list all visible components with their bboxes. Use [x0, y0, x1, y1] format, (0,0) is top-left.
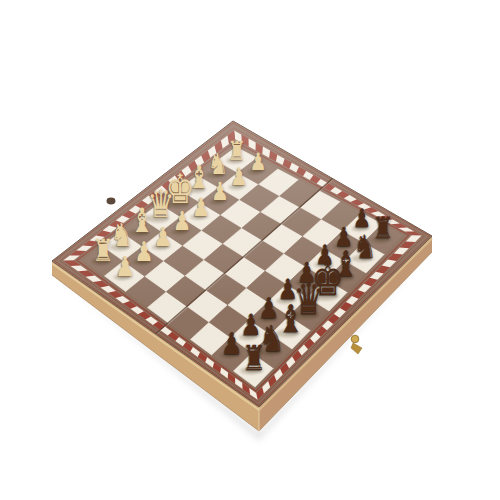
piece-white-knight-b1: ♞: [111, 219, 134, 251]
piece-white-rook-a1: ♜: [92, 235, 114, 265]
piece-white-pawn-e2: ♟: [192, 195, 210, 220]
piece-black-pawn-a7: ♟: [221, 329, 243, 359]
product-photo: ♜♞♝♛♚♝♞♜♟♟♟♟♟♟♟♟♟♟♟♟♟♟♟♟♜♞♝♛♚♝♞♜: [0, 0, 500, 500]
piece-black-rook-a8: ♜: [241, 341, 266, 376]
piece-white-pawn-a2: ♟: [115, 253, 135, 281]
piece-white-pawn-f2: ♟: [211, 180, 229, 205]
piece-white-pawn-b2: ♟: [134, 239, 153, 266]
pieces-layer: ♜♞♝♛♚♝♞♜♟♟♟♟♟♟♟♟♟♟♟♟♟♟♟♟♜♞♝♛♚♝♞♜: [0, 0, 500, 500]
piece-white-pawn-c2: ♟: [153, 224, 172, 250]
piece-white-pawn-g2: ♟: [230, 166, 248, 190]
piece-white-knight-g1: ♞: [207, 150, 228, 179]
piece-white-pawn-h2: ♟: [249, 151, 266, 175]
piece-white-rook-h1: ♜: [227, 138, 246, 164]
piece-white-pawn-d2: ♟: [173, 209, 192, 235]
